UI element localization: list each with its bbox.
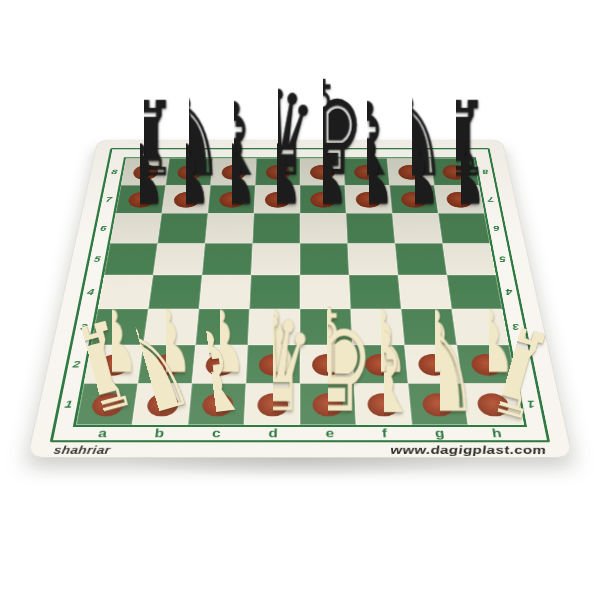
rank-label-6: 6 (100, 225, 108, 232)
square-g7: ♟ (390, 185, 439, 213)
white-rook-h1: ♜ (495, 327, 521, 418)
square-d7: ♟ (254, 185, 300, 213)
square-c5 (202, 243, 252, 275)
board-perspective-wrapper: 87654321 87654321 abcdefgh ♜♞♝♛♚♝♞♜♟♟♟♟♟… (68, 43, 533, 508)
square-e6 (300, 213, 347, 243)
square-h7: ♟ (434, 185, 484, 213)
square-h6 (438, 213, 490, 243)
square-f6 (346, 213, 395, 243)
square-g5 (395, 243, 447, 275)
square-f7: ♟ (345, 185, 392, 213)
rank-label-right-8: 8 (482, 168, 489, 174)
square-d6 (253, 213, 300, 243)
square-c7: ♟ (208, 185, 255, 213)
square-e1: ♚ (300, 383, 356, 424)
square-a6 (110, 213, 162, 243)
square-h5 (442, 243, 495, 275)
rank-label-right-7: 7 (487, 196, 494, 203)
product-photo-stage: 87654321 87654321 abcdefgh ♜♞♝♛♚♝♞♜♟♟♟♟♟… (0, 0, 600, 600)
square-g6 (392, 213, 442, 243)
square-e5 (300, 243, 349, 275)
square-a1: ♜ (76, 383, 138, 424)
vinyl-chess-mat: 87654321 87654321 abcdefgh ♜♞♝♛♚♝♞♜♟♟♟♟♟… (27, 140, 573, 458)
chess-board-grid: ♜♞♝♛♚♝♞♜♟♟♟♟♟♟♟♟♟♟♟♟♟♟♟♟♜♞♝♛♚♝♞♜ (76, 159, 524, 425)
rank-label-right-5: 5 (499, 255, 507, 263)
rank-label-5: 5 (93, 255, 101, 263)
square-h1: ♜ (462, 383, 524, 424)
square-f5 (347, 243, 397, 275)
brand-text-shahriar: shahriar (53, 444, 112, 456)
brand-text-website: www.dagigplast.com (390, 443, 548, 457)
square-b6 (158, 213, 208, 243)
square-b5 (153, 243, 205, 275)
rank-label-right-6: 6 (493, 225, 501, 232)
square-d5 (251, 243, 300, 275)
white-bishop-c1: ♝ (206, 330, 217, 418)
square-a5 (104, 243, 157, 275)
square-e7: ♟ (300, 185, 346, 213)
square-c6 (205, 213, 254, 243)
white-rook-a1: ♜ (81, 326, 106, 418)
